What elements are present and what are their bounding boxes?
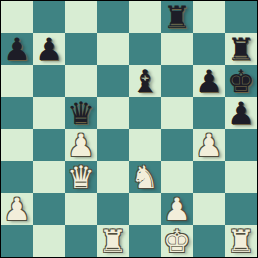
square-h5[interactable]: ♟ xyxy=(225,97,257,129)
square-g6[interactable]: ♟ xyxy=(193,65,225,97)
square-e1[interactable] xyxy=(129,225,161,257)
square-e4[interactable] xyxy=(129,129,161,161)
chess-board-frame: ♜♟♟♜♝♟♚♛♟♟♟♛♞♟♟♜♚♜ xyxy=(0,0,258,258)
square-g8[interactable] xyxy=(193,1,225,33)
square-h3[interactable] xyxy=(225,161,257,193)
square-d5[interactable] xyxy=(97,97,129,129)
square-c8[interactable] xyxy=(65,1,97,33)
square-e6[interactable]: ♝ xyxy=(129,65,161,97)
square-b4[interactable] xyxy=(33,129,65,161)
black-bishop[interactable]: ♝ xyxy=(131,66,159,97)
square-c4[interactable]: ♟ xyxy=(65,129,97,161)
white-king[interactable]: ♚ xyxy=(163,226,191,257)
square-b7[interactable]: ♟ xyxy=(33,33,65,65)
square-b1[interactable] xyxy=(33,225,65,257)
square-c1[interactable] xyxy=(65,225,97,257)
square-h6[interactable]: ♚ xyxy=(225,65,257,97)
square-d4[interactable] xyxy=(97,129,129,161)
white-pawn[interactable]: ♟ xyxy=(3,194,31,225)
square-a7[interactable]: ♟ xyxy=(1,33,33,65)
white-knight[interactable]: ♞ xyxy=(131,162,159,193)
square-c2[interactable] xyxy=(65,193,97,225)
black-pawn[interactable]: ♟ xyxy=(227,98,255,129)
square-h4[interactable] xyxy=(225,129,257,161)
square-c6[interactable] xyxy=(65,65,97,97)
square-b5[interactable] xyxy=(33,97,65,129)
white-pawn[interactable]: ♟ xyxy=(195,130,223,161)
square-d1[interactable]: ♜ xyxy=(97,225,129,257)
square-g2[interactable] xyxy=(193,193,225,225)
square-b3[interactable] xyxy=(33,161,65,193)
square-e2[interactable] xyxy=(129,193,161,225)
square-c3[interactable]: ♛ xyxy=(65,161,97,193)
square-a3[interactable] xyxy=(1,161,33,193)
square-f1[interactable]: ♚ xyxy=(161,225,193,257)
black-king[interactable]: ♚ xyxy=(227,66,255,97)
square-e5[interactable] xyxy=(129,97,161,129)
square-g7[interactable] xyxy=(193,33,225,65)
square-g5[interactable] xyxy=(193,97,225,129)
square-a5[interactable] xyxy=(1,97,33,129)
white-pawn[interactable]: ♟ xyxy=(163,194,191,225)
white-pawn[interactable]: ♟ xyxy=(67,130,95,161)
square-h8[interactable] xyxy=(225,1,257,33)
chess-board: ♜♟♟♜♝♟♚♛♟♟♟♛♞♟♟♜♚♜ xyxy=(1,1,257,257)
square-d8[interactable] xyxy=(97,1,129,33)
black-rook[interactable]: ♜ xyxy=(163,2,191,33)
black-pawn[interactable]: ♟ xyxy=(35,34,63,65)
square-e3[interactable]: ♞ xyxy=(129,161,161,193)
square-f8[interactable]: ♜ xyxy=(161,1,193,33)
square-a4[interactable] xyxy=(1,129,33,161)
square-f4[interactable] xyxy=(161,129,193,161)
black-pawn[interactable]: ♟ xyxy=(195,66,223,97)
square-d7[interactable] xyxy=(97,33,129,65)
square-a6[interactable] xyxy=(1,65,33,97)
square-e7[interactable] xyxy=(129,33,161,65)
square-e8[interactable] xyxy=(129,1,161,33)
square-b8[interactable] xyxy=(33,1,65,33)
black-rook[interactable]: ♜ xyxy=(227,34,255,65)
black-pawn[interactable]: ♟ xyxy=(3,34,31,65)
white-rook[interactable]: ♜ xyxy=(227,226,255,257)
square-b2[interactable] xyxy=(33,193,65,225)
white-rook[interactable]: ♜ xyxy=(99,226,127,257)
square-b6[interactable] xyxy=(33,65,65,97)
square-a1[interactable] xyxy=(1,225,33,257)
square-d6[interactable] xyxy=(97,65,129,97)
square-a8[interactable] xyxy=(1,1,33,33)
square-g1[interactable] xyxy=(193,225,225,257)
square-g4[interactable]: ♟ xyxy=(193,129,225,161)
white-queen[interactable]: ♛ xyxy=(67,162,95,193)
square-f3[interactable] xyxy=(161,161,193,193)
square-f7[interactable] xyxy=(161,33,193,65)
square-d3[interactable] xyxy=(97,161,129,193)
square-f2[interactable]: ♟ xyxy=(161,193,193,225)
square-f6[interactable] xyxy=(161,65,193,97)
square-h1[interactable]: ♜ xyxy=(225,225,257,257)
square-f5[interactable] xyxy=(161,97,193,129)
square-h7[interactable]: ♜ xyxy=(225,33,257,65)
square-a2[interactable]: ♟ xyxy=(1,193,33,225)
black-queen[interactable]: ♛ xyxy=(67,98,95,129)
square-c5[interactable]: ♛ xyxy=(65,97,97,129)
square-c7[interactable] xyxy=(65,33,97,65)
square-g3[interactable] xyxy=(193,161,225,193)
square-h2[interactable] xyxy=(225,193,257,225)
square-d2[interactable] xyxy=(97,193,129,225)
